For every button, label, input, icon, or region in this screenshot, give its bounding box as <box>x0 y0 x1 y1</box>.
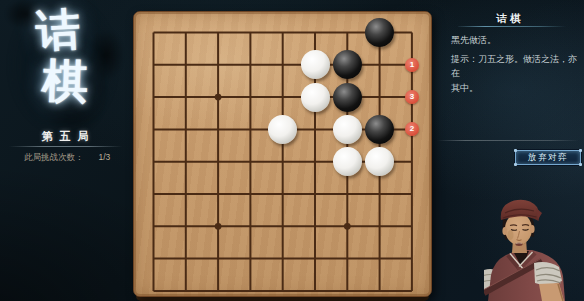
puzzle-objective: 黑先做活。 <box>451 34 496 47</box>
left-divider <box>9 146 122 147</box>
star-point <box>344 223 351 230</box>
black-stone <box>365 115 394 144</box>
lower-divider <box>437 140 579 141</box>
attempts-label: 此局挑战次数： <box>24 152 84 164</box>
npc-portrait <box>484 191 584 301</box>
star-point <box>215 223 222 230</box>
move-marker-1: 1 <box>405 58 419 72</box>
puzzle-hint: 提示：刀五之形。做活之法，亦在 其中。 <box>451 52 577 95</box>
white-stone <box>268 115 297 144</box>
round-label: 第五局 <box>0 129 130 144</box>
black-stone <box>365 18 394 47</box>
calligraphy-char-qi: 棋 <box>41 57 89 105</box>
give-up-button[interactable]: 放弃对弈 <box>515 150 581 165</box>
move-marker-3: 3 <box>405 90 419 104</box>
white-stone <box>333 147 362 176</box>
white-stone <box>301 83 330 112</box>
go-board[interactable]: 132 <box>133 11 432 297</box>
black-stone <box>333 83 362 112</box>
puzzle-panel-title: 诘棋 <box>433 12 584 26</box>
attempts-row: 此局挑战次数： 1/3 <box>24 152 110 164</box>
white-stone <box>301 50 330 79</box>
calligraphy-char-jie: 诘 <box>35 7 81 53</box>
white-stone <box>333 115 362 144</box>
title-divider <box>458 26 566 27</box>
attempts-value: 1/3 <box>99 152 111 164</box>
black-stone <box>333 50 362 79</box>
star-point <box>215 94 222 101</box>
game-screen: 诘 棋 第五局 此局挑战次数： 1/3 132 诘棋 黑先做活。 提示：刀五之形… <box>0 0 584 301</box>
